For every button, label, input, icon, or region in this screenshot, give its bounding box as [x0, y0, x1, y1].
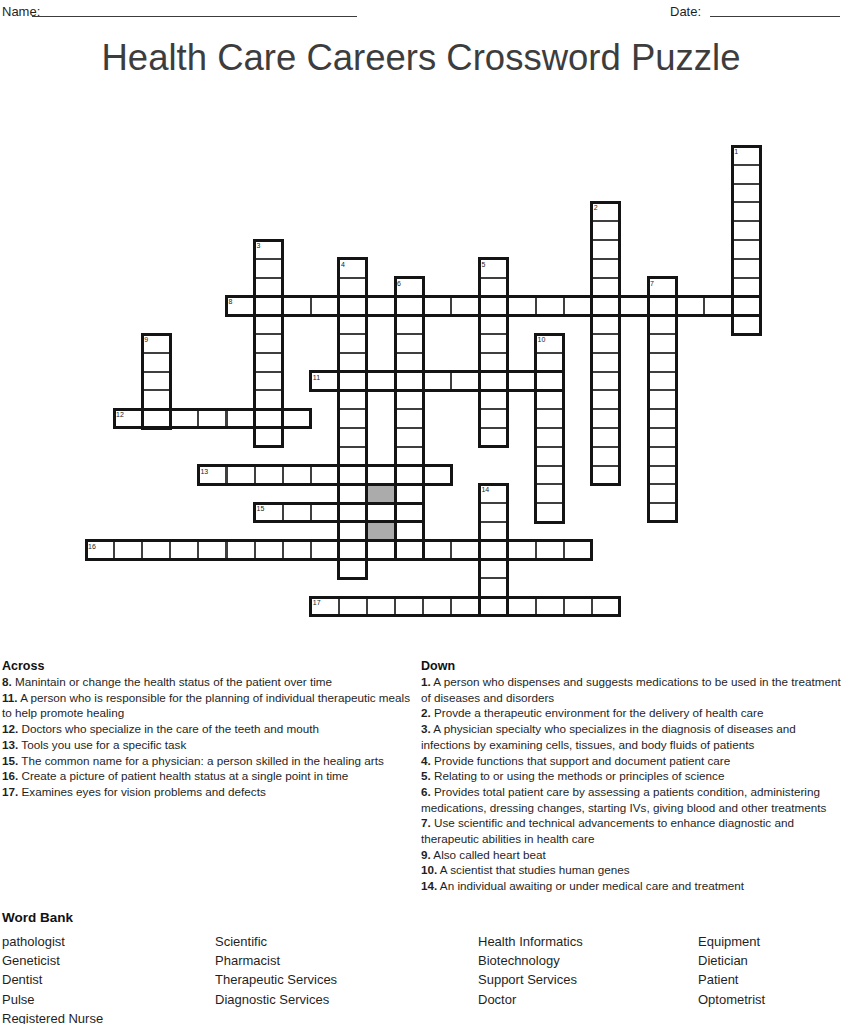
grid-cell[interactable] [366, 502, 396, 523]
grid-cell[interactable] [282, 502, 312, 523]
grid-cell[interactable] [338, 408, 368, 429]
grid-cell[interactable] [647, 371, 677, 392]
grid-cell[interactable] [535, 408, 565, 429]
page-title: Health Care Careers Crossword Puzzle [0, 37, 842, 79]
gray-cell[interactable] [366, 521, 396, 542]
grid-cell[interactable] [591, 371, 621, 392]
grid-cell[interactable] [366, 371, 396, 392]
grid-cell[interactable] [422, 295, 452, 316]
clue-number-label: 12. [2, 722, 18, 735]
grid-cell[interactable] [647, 427, 677, 448]
grid-cell[interactable] [394, 465, 424, 486]
grid-cell[interactable] [338, 277, 368, 298]
down-clue: 5. Relating to or using the methods or p… [421, 768, 842, 784]
word-bank-column: EquipmentDieticianPatientOptometrist [698, 932, 765, 1009]
word-bank: Word Bank pathologistGeneticistDentistPu… [0, 910, 842, 1024]
cell-number: 5 [481, 261, 485, 268]
word-bank-column: Health InformaticsBiotechnologySupport S… [478, 932, 583, 1009]
word-bank-item: pathologist [2, 932, 103, 951]
word-bank-item: Pharmacist [215, 951, 337, 970]
grid-cell[interactable] [591, 220, 621, 241]
grid-cell[interactable] [535, 465, 565, 486]
cell-number: 10 [538, 336, 546, 343]
grid-cell[interactable] [141, 389, 171, 410]
cell-number: 2 [594, 204, 598, 211]
cell-number: 12 [116, 411, 124, 418]
clue-number-label: 16. [2, 769, 18, 782]
grid-cell[interactable] [647, 352, 677, 373]
grid-cell[interactable] [366, 465, 396, 486]
grid-cell[interactable] [450, 295, 480, 316]
grid-cell[interactable] [254, 389, 284, 410]
grid-cell[interactable] [141, 408, 171, 429]
word-bank-item: Health Informatics [478, 932, 583, 951]
grid-cell[interactable] [535, 352, 565, 373]
grid-cell[interactable] [535, 389, 565, 410]
grid-cell[interactable] [535, 427, 565, 448]
grid-cell[interactable] [282, 408, 312, 429]
grid-cell[interactable] [394, 540, 424, 561]
word-bank-item: Doctor [478, 990, 583, 1009]
word-bank-item: Diagnostic Services [215, 990, 337, 1009]
grid-cell[interactable] [591, 389, 621, 410]
grid-cell[interactable] [450, 540, 480, 561]
down-clue: 2. Provde a therapeutic environment for … [421, 705, 842, 721]
grid-cell[interactable] [731, 314, 761, 335]
grid-cell[interactable] [310, 540, 340, 561]
grid-cell[interactable] [338, 352, 368, 373]
grid-cell[interactable] [647, 314, 677, 335]
across-clue: 16. Create a picture of patient health s… [2, 768, 421, 784]
grid-cell[interactable] [422, 540, 452, 561]
name-field-line [32, 16, 357, 17]
grid-cell[interactable] [731, 277, 761, 298]
grid-cell[interactable] [478, 371, 508, 392]
grid-cell[interactable] [535, 446, 565, 467]
grid-cell[interactable] [394, 333, 424, 354]
across-clue: 15. The common name for a physician: a p… [2, 753, 421, 769]
grid-cell[interactable] [394, 408, 424, 429]
cell-number: 3 [257, 242, 261, 249]
grid-cell[interactable] [282, 465, 312, 486]
grid-cell[interactable] [394, 446, 424, 467]
grid-cell[interactable] [478, 540, 508, 561]
grid-cell[interactable] [507, 371, 537, 392]
grid-cell[interactable] [394, 314, 424, 335]
clue-number-label: 7. [421, 816, 431, 829]
grid-cell[interactable] [197, 540, 227, 561]
grid-cell[interactable] [478, 427, 508, 448]
grid-cell[interactable] [591, 596, 621, 617]
grid-cell[interactable] [310, 465, 340, 486]
down-clue: 4. Provide functions that support and do… [421, 753, 842, 769]
grid-cell[interactable] [731, 258, 761, 279]
grid-cell[interactable] [563, 295, 593, 316]
down-clue: 3. A physician specialty who specializes… [421, 721, 842, 752]
grid-cell[interactable] [507, 540, 537, 561]
grid-cell[interactable] [647, 483, 677, 504]
grid-cell[interactable] [394, 295, 424, 316]
grid-cell[interactable] [507, 596, 537, 617]
across-title: Across [2, 659, 421, 674]
across-clue: 8. Manintain or change the health status… [2, 674, 421, 690]
grid-cell[interactable] [338, 427, 368, 448]
grid-cell[interactable] [731, 220, 761, 241]
clue-number-label: 8. [2, 675, 12, 688]
cell-number: 1 [734, 148, 738, 155]
cell-number: 7 [650, 280, 654, 287]
down-clue-list: 1. A person who dispenses and suggests m… [421, 674, 842, 894]
grid-cell[interactable] [254, 333, 284, 354]
word-bank-title: Word Bank [2, 910, 73, 925]
grid-cell[interactable] [647, 446, 677, 467]
grid-cell[interactable] [394, 352, 424, 373]
grid-cell[interactable] [563, 596, 593, 617]
clue-number-label: 14. [421, 879, 437, 892]
cell-number: 8 [229, 298, 233, 305]
clue-number-label: 13. [2, 738, 18, 751]
grid-cell[interactable] [338, 314, 368, 335]
clue-number-label: 10. [421, 863, 437, 876]
grid-cell[interactable] [338, 371, 368, 392]
grid-cell[interactable] [282, 295, 312, 316]
grid-cell[interactable] [647, 333, 677, 354]
word-bank-column: pathologistGeneticistDentistPulseRegiste… [2, 932, 103, 1024]
cell-number: 4 [341, 261, 345, 268]
word-bank-item: Patient [698, 970, 765, 989]
word-bank-item: Biotechnology [478, 951, 583, 970]
grid-cell[interactable] [338, 596, 368, 617]
down-clues-section: Down 1. A person who dispenses and sugge… [421, 659, 842, 894]
grid-cell[interactable] [254, 277, 284, 298]
grid-cell[interactable] [366, 295, 396, 316]
grid-cell[interactable] [254, 295, 284, 316]
across-clue-list: 8. Manintain or change the health status… [2, 674, 421, 800]
clue-number-label: 3. [421, 722, 431, 735]
grid-cell[interactable] [169, 540, 199, 561]
grid-cell[interactable] [254, 371, 284, 392]
grid-cell[interactable] [366, 596, 396, 617]
grid-cell[interactable] [647, 502, 677, 523]
grid-cell[interactable] [703, 295, 733, 316]
down-clue: 10. A scientist that studies human genes [421, 862, 842, 878]
clue-number-label: 4. [421, 754, 431, 767]
word-bank-item: Dietician [698, 951, 765, 970]
clue-number-label: 15. [2, 754, 18, 767]
cell-number: 6 [397, 280, 401, 287]
grid-cell[interactable] [254, 465, 284, 486]
grid-cell[interactable] [338, 540, 368, 561]
grid-cell[interactable] [478, 521, 508, 542]
grid-cell[interactable] [338, 465, 368, 486]
grid-cell[interactable] [731, 239, 761, 260]
grid-cell[interactable] [338, 333, 368, 354]
grid-cell[interactable] [535, 371, 565, 392]
clue-number-label: 11. [2, 691, 18, 704]
grid-cell[interactable] [647, 389, 677, 410]
grid-cell[interactable] [422, 596, 452, 617]
crossword-worksheet: Name: Date: Health Care Careers Crosswor… [0, 0, 842, 1024]
grid-cell[interactable] [478, 577, 508, 598]
grid-cell[interactable] [254, 314, 284, 335]
grid-cell[interactable] [591, 352, 621, 373]
grid-cell[interactable] [478, 352, 508, 373]
grid-cell[interactable] [254, 427, 284, 448]
grid-cell[interactable] [591, 314, 621, 335]
down-clue: 14. An individual awaiting or under medi… [421, 878, 842, 894]
cell-number: 13 [200, 468, 208, 475]
across-clue: 13. Tools you use for a specific task [2, 737, 421, 753]
clue-number-label: 6. [421, 785, 431, 798]
grid-cell[interactable] [394, 502, 424, 523]
grid-cell[interactable] [591, 408, 621, 429]
grid-cell[interactable] [535, 596, 565, 617]
grid-cell[interactable] [647, 465, 677, 486]
date-field-line [710, 16, 840, 17]
crossword-grid: 8111213151617123456791014 [86, 146, 761, 616]
grid-cell[interactable] [478, 408, 508, 429]
word-bank-column: ScientificPharmacistTherapeutic Services… [215, 932, 337, 1009]
grid-cell[interactable] [478, 333, 508, 354]
grid-cell[interactable] [310, 502, 340, 523]
grid-cell[interactable] [226, 408, 256, 429]
clue-number-label: 5. [421, 769, 431, 782]
grid-cell[interactable] [338, 502, 368, 523]
word-bank-item: Support Services [478, 970, 583, 989]
cell-number: 15 [257, 505, 265, 512]
grid-cell[interactable] [591, 239, 621, 260]
grid-cell[interactable] [338, 559, 368, 580]
grid-cell[interactable] [254, 408, 284, 429]
grid-cell[interactable] [394, 596, 424, 617]
grid-cell[interactable] [563, 540, 593, 561]
grid-cell[interactable] [731, 295, 761, 316]
across-clues-section: Across 8. Manintain or change the health… [2, 659, 421, 800]
grid-cell[interactable] [141, 371, 171, 392]
cell-number: 11 [313, 374, 320, 381]
grid-cell[interactable] [731, 201, 761, 222]
down-clue: 1. A person who dispenses and suggests m… [421, 674, 842, 705]
grid-cell[interactable] [591, 446, 621, 467]
grid-cell[interactable] [422, 465, 452, 486]
clue-number-label: 2. [421, 706, 431, 719]
grid-cell[interactable] [113, 540, 143, 561]
down-clue: 6. Provides total patient care by assess… [421, 784, 842, 815]
grid-cell[interactable] [535, 540, 565, 561]
word-bank-item: Dentist [2, 970, 103, 989]
grid-cell[interactable] [647, 408, 677, 429]
word-bank-item: Therapeutic Services [215, 970, 337, 989]
grid-cell[interactable] [394, 371, 424, 392]
grid-cell[interactable] [478, 596, 508, 617]
grid-cell[interactable] [535, 295, 565, 316]
grid-cell[interactable] [141, 352, 171, 373]
across-clue: 12. Doctors who specialize in the care o… [2, 721, 421, 737]
grid-cell[interactable] [535, 483, 565, 504]
down-clue: 9. Also called heart beat [421, 847, 842, 863]
grid-cell[interactable] [169, 408, 199, 429]
grid-cell[interactable] [338, 389, 368, 410]
cell-number: 16 [88, 543, 96, 550]
grid-cell[interactable] [591, 465, 621, 486]
grid-cell[interactable] [450, 371, 480, 392]
grid-cell[interactable] [478, 502, 508, 523]
down-title: Down [421, 659, 842, 674]
cell-number: 17 [313, 599, 321, 606]
clue-number-label: 9. [421, 848, 431, 861]
grid-cell[interactable] [338, 521, 368, 542]
grid-cell[interactable] [675, 295, 705, 316]
grid-cell[interactable] [619, 295, 649, 316]
grid-cell[interactable] [591, 295, 621, 316]
grid-cell[interactable] [422, 371, 452, 392]
grid-cell[interactable] [394, 389, 424, 410]
grid-cell[interactable] [394, 427, 424, 448]
down-clue: 7. Use scientific and technical advancem… [421, 815, 842, 846]
grid-cell[interactable] [338, 483, 368, 504]
grid-cell[interactable] [394, 483, 424, 504]
grid-cell[interactable] [338, 446, 368, 467]
word-bank-item: Optometrist [698, 990, 765, 1009]
grid-cell[interactable] [591, 258, 621, 279]
grid-cell[interactable] [591, 333, 621, 354]
grid-cell[interactable] [478, 314, 508, 335]
clue-number-label: 1. [421, 675, 431, 688]
cell-number: 9 [144, 336, 148, 343]
grid-cell[interactable] [254, 258, 284, 279]
grid-cell[interactable] [591, 277, 621, 298]
grid-cell[interactable] [282, 540, 312, 561]
grid-cell[interactable] [535, 502, 565, 523]
grid-cell[interactable] [591, 427, 621, 448]
grid-cell[interactable] [338, 295, 368, 316]
grid-cell[interactable] [478, 277, 508, 298]
grid-cell[interactable] [394, 521, 424, 542]
grid-cell[interactable] [254, 352, 284, 373]
grid-cell[interactable] [478, 559, 508, 580]
grid-cell[interactable] [366, 540, 396, 561]
grid-cell[interactable] [731, 164, 761, 185]
grid-cell[interactable] [310, 295, 340, 316]
word-bank-item: Scientific [215, 932, 337, 951]
across-clue: 11. A person who is responsible for the … [2, 690, 421, 721]
date-label: Date: [670, 4, 701, 19]
gray-cell[interactable] [366, 483, 396, 504]
grid-cell[interactable] [226, 540, 256, 561]
grid-cell[interactable] [197, 408, 227, 429]
word-bank-item: Pulse [2, 990, 103, 1009]
grid-cell[interactable] [141, 540, 171, 561]
word-bank-item: Geneticist [2, 951, 103, 970]
grid-cell[interactable] [647, 295, 677, 316]
word-bank-item: Equipment [698, 932, 765, 951]
grid-cell[interactable] [731, 183, 761, 204]
clue-number-label: 17. [2, 785, 18, 798]
grid-cell[interactable] [478, 295, 508, 316]
grid-cell[interactable] [507, 295, 537, 316]
grid-cell[interactable] [226, 465, 256, 486]
word-bank-item: Registered Nurse [2, 1009, 103, 1024]
grid-cell[interactable] [254, 540, 284, 561]
grid-cell[interactable] [478, 389, 508, 410]
grid-cell[interactable] [450, 596, 480, 617]
cell-number: 14 [481, 486, 489, 493]
across-clue: 17. Examines eyes for vision problems an… [2, 784, 421, 800]
